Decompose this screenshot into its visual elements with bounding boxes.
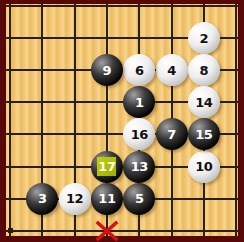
black-stone-15: 15 xyxy=(188,118,220,150)
move-number: 9 xyxy=(103,63,112,78)
black-stone-5: 5 xyxy=(123,183,155,215)
white-stone-16: 16 xyxy=(123,118,155,150)
star-point-icon xyxy=(8,228,13,233)
black-stone-13: 13 xyxy=(123,151,155,183)
black-stone-17: 17 xyxy=(91,151,123,183)
white-stone-12: 12 xyxy=(59,183,91,215)
white-stone-8: 8 xyxy=(188,54,220,86)
grid-line-horizontal xyxy=(6,5,238,7)
white-stone-6: 6 xyxy=(123,54,155,86)
black-stone-7: 7 xyxy=(156,118,188,150)
move-number: 1 xyxy=(135,95,144,110)
white-stone-2: 2 xyxy=(188,22,220,54)
move-number: 16 xyxy=(131,127,148,142)
move-number: 11 xyxy=(98,191,115,206)
move-number: 7 xyxy=(167,127,176,142)
black-stone-11: 11 xyxy=(91,183,123,215)
move-number: 12 xyxy=(66,191,83,206)
black-stone-3: 3 xyxy=(26,183,58,215)
move-number: 14 xyxy=(195,95,212,110)
white-stone-14: 14 xyxy=(188,86,220,118)
move-number: 8 xyxy=(200,63,209,78)
move-number: 5 xyxy=(135,191,144,206)
move-number: 4 xyxy=(167,63,176,78)
black-stone-9: 9 xyxy=(91,54,123,86)
last-move-highlight: 17 xyxy=(97,157,116,176)
move-number: 6 xyxy=(135,63,144,78)
grid-line-horizontal xyxy=(6,230,238,232)
move-number: 2 xyxy=(200,31,209,46)
go-board[interactable]: 1234567891011121314151617 xyxy=(6,4,238,236)
move-number: 10 xyxy=(195,159,212,174)
white-stone-10: 10 xyxy=(188,151,220,183)
black-stone-1: 1 xyxy=(123,86,155,118)
go-board-frame: 1234567891011121314151617 xyxy=(0,0,244,242)
move-number: 15 xyxy=(195,127,212,142)
white-stone-4: 4 xyxy=(156,54,188,86)
x-mark-icon xyxy=(95,220,119,242)
move-number: 13 xyxy=(131,159,148,174)
move-number: 3 xyxy=(38,191,47,206)
